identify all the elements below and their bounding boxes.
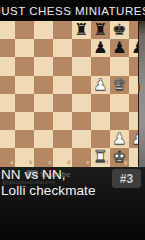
square-g7: ♟	[110, 39, 129, 57]
black-pawn: ♟	[110, 39, 129, 57]
square-c2	[34, 130, 53, 148]
square-g2: ♟	[110, 130, 129, 148]
file-label: b	[29, 161, 32, 166]
edge-red-mark	[138, 84, 140, 91]
square-a1: a	[0, 148, 15, 166]
square-e7	[72, 39, 91, 57]
black-pawn: ♟	[91, 39, 110, 57]
square-b5	[15, 76, 34, 94]
channel-title: JUST CHESS MINIATURES	[0, 5, 145, 17]
square-f5: ♟	[91, 76, 110, 94]
board-right-edge-strip	[138, 21, 145, 167]
square-c1: c	[34, 148, 53, 166]
puzzle-number-badge: #3	[112, 169, 141, 188]
square-f1: f♜	[91, 148, 110, 166]
file-label: g	[124, 161, 127, 166]
square-e6	[72, 57, 91, 75]
square-a2	[0, 130, 15, 148]
file-label: f	[107, 161, 109, 166]
white-queen: ♛	[110, 76, 129, 94]
square-a6	[0, 57, 15, 75]
black-king: ♚	[110, 21, 129, 39]
square-d2	[53, 130, 72, 148]
square-b3	[15, 112, 34, 130]
square-g3	[110, 112, 129, 130]
chess-board: ♜♜♚8♟♟7♟6♟♛543♟2♟abcdef♜g♚1h	[0, 21, 145, 167]
square-d1: d	[53, 148, 72, 166]
square-f2	[91, 130, 110, 148]
square-g6	[110, 57, 129, 75]
square-b1: b	[15, 148, 34, 166]
square-d6	[53, 57, 72, 75]
square-b2	[15, 130, 34, 148]
square-e5	[72, 76, 91, 94]
square-g5: ♛	[110, 76, 129, 94]
square-e2	[72, 130, 91, 148]
square-c6	[34, 57, 53, 75]
square-c5	[34, 76, 53, 94]
square-b7	[15, 39, 34, 57]
square-a3	[0, 112, 15, 130]
square-d4	[53, 94, 72, 112]
square-f6	[91, 57, 110, 75]
square-c8	[34, 21, 53, 39]
black-rook: ♜	[72, 21, 91, 39]
square-e8: ♜	[72, 21, 91, 39]
square-a8	[0, 21, 15, 39]
white-pawn: ♟	[91, 76, 110, 94]
square-c3	[34, 112, 53, 130]
white-pawn: ♟	[110, 130, 129, 148]
square-e3	[72, 112, 91, 130]
square-d5	[53, 76, 72, 94]
channel-title-bar: JUST CHESS MINIATURES	[0, 0, 145, 21]
square-b8	[15, 21, 34, 39]
file-label: e	[86, 161, 89, 166]
square-e4	[72, 94, 91, 112]
square-f8: ♜	[91, 21, 110, 39]
file-label: d	[67, 161, 70, 166]
square-c7	[34, 39, 53, 57]
square-b6	[15, 57, 34, 75]
video-frame: JUST CHESS MINIATURES ♜♜♚8♟♟7♟6♟♛543♟2♟a…	[0, 0, 145, 240]
square-d3	[53, 112, 72, 130]
square-g4	[110, 94, 129, 112]
caption-area: YouTube @justchessminiatures NN vs NN, L…	[0, 167, 145, 240]
square-c4	[34, 94, 53, 112]
square-d8	[53, 21, 72, 39]
square-b4	[15, 94, 34, 112]
square-a7	[0, 39, 15, 57]
square-d7	[53, 39, 72, 57]
square-a4	[0, 94, 15, 112]
square-f7: ♟	[91, 39, 110, 57]
file-label: a	[10, 161, 13, 166]
square-a5	[0, 76, 15, 94]
square-g1: g♚	[110, 148, 129, 166]
file-label: c	[48, 161, 51, 166]
square-g8: ♚	[110, 21, 129, 39]
square-f3	[91, 112, 110, 130]
black-rook: ♜	[91, 21, 110, 39]
square-f4	[91, 94, 110, 112]
square-e1: e	[72, 148, 91, 166]
